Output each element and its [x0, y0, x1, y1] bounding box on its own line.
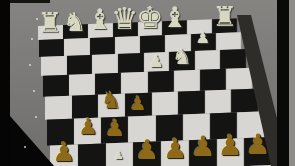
- right-gray-strip: [289, 0, 295, 166]
- piece-white-pawn-b3[interactable]: ♟: [78, 116, 98, 138]
- piece-white-pawn-a2[interactable]: ♟: [52, 139, 75, 165]
- video-noise-speck: [24, 146, 26, 148]
- video-noise-speck: [29, 64, 31, 66]
- video-noise-speck: [31, 38, 33, 40]
- piece-white-pawn-g2[interactable]: ♟: [217, 132, 242, 160]
- piece-black-knight-b8[interactable]: ♞: [63, 9, 86, 35]
- right-matte-bar: [277, 0, 289, 166]
- piece-white-pawn-d2[interactable]: ♟: [135, 136, 159, 163]
- piece-black-bishop-f8[interactable]: ♝: [162, 4, 187, 32]
- top-matte-sliver: [10, 0, 50, 3]
- piece-black-pawn-c2[interactable]: ♟: [114, 150, 124, 161]
- chess-video-frame: ♜♝♚♝♛♞♜♟♞♟♞♟♟♟♟♟♟♟♟♟♟: [0, 0, 295, 166]
- piece-black-rook-h8[interactable]: ♜: [213, 3, 237, 30]
- piece-white-pawn-c3[interactable]: ♟: [105, 117, 126, 140]
- pieces-layer: ♜♝♚♝♛♞♜♟♞♟♞♟♟♟♟♟♟♟♟♟♟: [0, 0, 295, 166]
- video-noise-speck: [33, 90, 35, 92]
- piece-white-knight-c4[interactable]: ♞: [101, 89, 122, 112]
- piece-white-pawn-f2[interactable]: ♟: [190, 133, 215, 161]
- piece-white-pawn-e2[interactable]: ♟: [163, 135, 187, 162]
- piece-black-queen-d8[interactable]: ♛: [112, 4, 139, 34]
- piece-white-pawn-d4[interactable]: ♟: [129, 94, 146, 113]
- piece-black-pawn-e6[interactable]: ♟: [148, 53, 163, 70]
- piece-black-bishop-c8[interactable]: ♝: [87, 6, 112, 34]
- piece-black-rook-a8[interactable]: ♜: [38, 9, 62, 36]
- video-noise-speck: [35, 116, 37, 118]
- piece-black-knight-f6[interactable]: ♞: [172, 46, 192, 68]
- piece-white-pawn-h2[interactable]: ♟: [245, 131, 270, 159]
- piece-black-pawn-g7[interactable]: ♟: [196, 30, 210, 46]
- left-matte-bar: [0, 0, 10, 166]
- piece-black-king-e8[interactable]: ♚: [137, 3, 164, 33]
